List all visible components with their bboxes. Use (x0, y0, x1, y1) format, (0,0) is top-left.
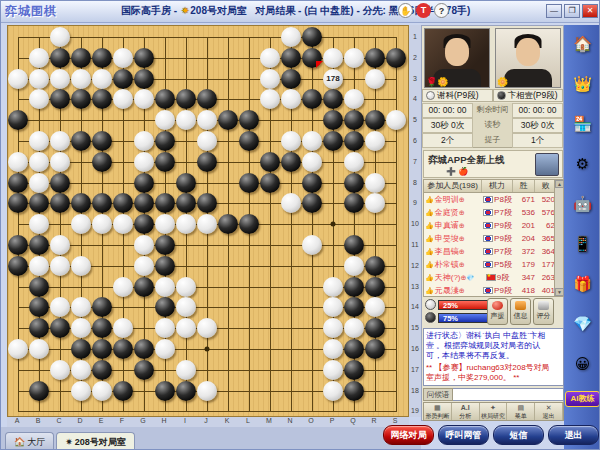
black-stone (8, 256, 28, 276)
chat-username[interactable]: 张巡—778(9段) (426, 385, 481, 386)
white-stone (29, 152, 49, 172)
thumbs-up-icon: 👍 (425, 261, 434, 268)
black-stone (134, 277, 154, 297)
column-label: A (15, 417, 20, 424)
black-byoyomi: 30秒 0次 (512, 118, 563, 133)
black-stone (50, 89, 70, 109)
participant-row[interactable]: 👍天神(?)⊕💎9段347263 (424, 271, 563, 284)
black-stone (92, 89, 112, 109)
app-promo-banner[interactable]: 弈城APP全新上线 ➕ 🍎 (423, 150, 563, 178)
last-move-marker-icon (316, 61, 323, 68)
side-icon-6[interactable]: 🎁 (570, 271, 596, 297)
black-stone (134, 48, 154, 68)
member-badge-icon: ⊕ (459, 209, 465, 216)
side-icon-1[interactable]: 👑 (570, 71, 596, 97)
white-stone (8, 69, 28, 89)
white-stone (260, 69, 280, 89)
participant-row[interactable]: 👍朴常镇⊕P5段179177 (424, 258, 563, 271)
clock-panel: 00: 00: 00 剩余时间 00: 00: 00 30秒 0次 读秒 30秒… (422, 103, 563, 148)
row-label: 10 (409, 220, 421, 227)
tab-208号对局室[interactable]: ✷208号对局室 (56, 432, 135, 450)
row-label: 4 (409, 95, 421, 102)
white-stone (50, 69, 70, 89)
white-stone (323, 381, 343, 401)
toolbar-菜单[interactable]: ▤菜单 (507, 403, 535, 420)
participants-scrollbar[interactable]: ▲ ▼ (554, 180, 563, 296)
black-stone (134, 214, 154, 234)
black-stone (29, 277, 49, 297)
column-header[interactable]: 胜 (513, 180, 535, 192)
black-stone (155, 152, 175, 172)
white-stone (155, 110, 175, 130)
white-stone (50, 27, 70, 47)
black-stone (176, 173, 196, 193)
game-info-panel: 🌹🌼 🌼 谢科(P9段) 卞相壹(P9段) 00: 00: 00 剩余时间 00… (421, 25, 564, 421)
flag-icon-kr (483, 261, 493, 268)
black-stone (50, 318, 70, 338)
member-badge-icon: ⊕ (459, 261, 465, 268)
black-stone (344, 235, 364, 255)
声援-button[interactable]: 声援 (487, 298, 508, 325)
white-stone (29, 89, 49, 109)
white-stone (29, 69, 49, 89)
black-stone (176, 193, 196, 213)
chat-line: 进行状态〉谢科`执白 中盘胜`卞相壹 。根据弈城规则及对局者的认可，本结果将不再… (426, 331, 552, 361)
row-label: 1 (409, 33, 421, 40)
white-stone (29, 131, 49, 151)
black-stone (176, 89, 196, 109)
black-stone (50, 193, 70, 213)
white-stone (50, 256, 70, 276)
black-stone (134, 69, 154, 89)
support-panel: 25% 75% 声援信息评分 (423, 298, 564, 327)
white-stone (134, 152, 154, 172)
black-stone (281, 152, 301, 172)
white-stone (323, 48, 343, 68)
white-stone (134, 131, 154, 151)
white-stone (50, 360, 70, 380)
网络对局-button[interactable]: 网络对局 (383, 425, 434, 445)
member-badge-icon: ⊕ (459, 222, 465, 229)
tool-bar: ▦形势判断A.I分析✦棋局研究▤菜单✕退出 (423, 402, 564, 421)
black-stone (71, 193, 91, 213)
white-stone (365, 193, 385, 213)
black-stone (386, 48, 406, 68)
white-stone (71, 318, 91, 338)
thumbs-up-icon: 👍 (425, 274, 434, 281)
white-stone (8, 339, 28, 359)
side-icon-strip: AI教练 🏠👑🏪⚙🤖📱🎁💎😀 (564, 25, 600, 450)
black-stone (218, 110, 238, 130)
close-button[interactable]: ✕ (582, 4, 598, 18)
white-stone (344, 318, 364, 338)
white-stone (344, 89, 364, 109)
toolbar-icon: ✕ (535, 403, 562, 412)
room-category: 国际高手房 - (121, 5, 180, 16)
go-grid: 178 (18, 37, 397, 412)
participant-row[interactable]: 👍李昌镐⊕P7段372364 (424, 245, 563, 258)
white-flower-gifts: 🌹🌼 (426, 77, 448, 87)
tab-bar: 🏠大厅✷208号对局室 (1, 427, 421, 450)
black-stone (155, 256, 175, 276)
white-stone (260, 89, 280, 109)
flag-icon-cn (486, 274, 496, 281)
thumbs-up-icon: 👍 (425, 287, 434, 294)
go-board[interactable]: 178 (7, 25, 409, 417)
black-stone (92, 318, 112, 338)
toolbar-棋局研究[interactable]: ✦棋局研究 (480, 403, 508, 420)
white-stone (176, 277, 196, 297)
white-stone (176, 297, 196, 317)
member-badge-icon: ⊕ (459, 287, 465, 294)
black-stone (71, 48, 91, 68)
black-stone (302, 193, 322, 213)
white-stone (71, 381, 91, 401)
t-badge-icon[interactable]: T (416, 3, 431, 18)
black-stone (344, 173, 364, 193)
white-stone (302, 235, 322, 255)
row-label: 14 (409, 303, 421, 310)
row-label: 3 (409, 74, 421, 81)
captures-label: 提子 (473, 133, 512, 148)
tab-大厅[interactable]: 🏠大厅 (5, 432, 54, 450)
toolbar-icon: A.I (452, 403, 479, 412)
black-stone (71, 339, 91, 359)
black-stone (134, 173, 154, 193)
white-stone (281, 193, 301, 213)
row-label: 15 (409, 324, 421, 331)
column-label: D (77, 417, 82, 424)
byoyomi-label: 读秒 (473, 118, 512, 133)
white-stone: 178 (323, 69, 343, 89)
black-stone (323, 89, 343, 109)
white-stone (50, 152, 70, 172)
phone-image (535, 153, 559, 176)
toolbar-分析[interactable]: A.I分析 (452, 403, 480, 420)
white-stone (365, 131, 385, 151)
white-stone (50, 297, 70, 317)
white-byoyomi: 30秒 0次 (422, 118, 473, 133)
column-label: B (36, 417, 41, 424)
black-stone (260, 173, 280, 193)
white-stone (113, 277, 133, 297)
black-stone (92, 339, 112, 359)
toolbar-icon: ▦ (424, 403, 451, 412)
black-stone (8, 110, 28, 130)
black-stone (155, 193, 175, 213)
white-stone-icon (426, 91, 435, 100)
star-point (205, 347, 210, 352)
room-icon: ✷ (181, 5, 189, 16)
greeting-label[interactable]: 问候语 (423, 388, 453, 401)
black-stone (155, 381, 175, 401)
app-logo: 弈城围棋 (5, 3, 57, 20)
column-label: N (287, 417, 292, 424)
orange-box-icon (515, 301, 526, 310)
white-stone (50, 235, 70, 255)
black-stone (155, 235, 175, 255)
black-stone (197, 89, 217, 109)
black-stone (113, 69, 133, 89)
titlebar: 弈城围棋 国际高手房 - ✷208号对局室 对局结果 - (白 中盘胜) - 分… (1, 1, 600, 23)
black-stone (71, 131, 91, 151)
column-label: P (330, 417, 335, 424)
black-stone (50, 173, 70, 193)
thumbs-up-icon: 👍 (425, 248, 434, 255)
black-stone (239, 110, 259, 130)
white-stone (365, 297, 385, 317)
退出-button[interactable]: 退出 (548, 425, 599, 445)
row-label: 6 (409, 137, 421, 144)
white-stone (197, 110, 217, 130)
black-stone (218, 214, 238, 234)
side-icon-8[interactable]: 😀 (570, 351, 596, 377)
column-label: L (246, 417, 250, 424)
chat-input-row: 问候语 (423, 388, 564, 401)
star-point (331, 222, 336, 227)
column-label: K (225, 417, 230, 424)
white-time: 00: 00: 00 (422, 103, 473, 118)
black-stone (92, 297, 112, 317)
minimize-button[interactable]: — (546, 4, 562, 18)
ai-coach-badge[interactable]: AI教练 (565, 391, 600, 407)
white-stone (197, 214, 217, 234)
app-window: 弈城围棋 国际高手房 - ✷208号对局室 对局结果 - (白 中盘胜) - 分… (0, 0, 600, 450)
white-stone (323, 339, 343, 359)
black-stone (239, 131, 259, 151)
thumbs-up-icon: 👍 (425, 196, 434, 203)
white-stone (155, 318, 175, 338)
black-stone (344, 381, 364, 401)
black-stone (365, 256, 385, 276)
black-stone (365, 339, 385, 359)
black-stone (29, 193, 49, 213)
player-names: 谢科(P9段) 卞相壹(P9段) (422, 89, 563, 102)
flag-icon-kr (483, 248, 493, 255)
white-stone (29, 256, 49, 276)
white-stone (176, 110, 196, 130)
black-stone (365, 110, 385, 130)
black-stone (71, 89, 91, 109)
participant-row[interactable]: 👍元晟溱⊕P9段418401 (424, 284, 563, 297)
white-stone (71, 360, 91, 380)
row-label: 8 (409, 178, 421, 185)
black-stone (344, 339, 364, 359)
white-stone (71, 256, 91, 276)
black-stone (344, 277, 364, 297)
black-stone (344, 131, 364, 151)
scroll-down-icon[interactable]: ▼ (555, 288, 564, 296)
white-stone (29, 214, 49, 234)
white-stone (344, 48, 364, 68)
toolbar-退出[interactable]: ✕退出 (535, 403, 563, 420)
side-icon-0[interactable]: 🏠 (570, 31, 596, 57)
呼叫网管-button[interactable]: 呼叫网管 (438, 425, 489, 445)
white-stone (323, 318, 343, 338)
white-stone (155, 339, 175, 359)
black-time: 00: 00: 00 (512, 103, 563, 118)
scroll-up-icon[interactable]: ▲ (555, 180, 564, 188)
flag-icon-kr (483, 235, 493, 242)
white-stone (29, 48, 49, 68)
white-stone (155, 214, 175, 234)
thumbs-up-icon: 👍 (425, 235, 434, 242)
flag-icon-kr (483, 209, 493, 216)
row-label: 17 (409, 365, 421, 372)
side-icon-7[interactable]: 💎 (570, 311, 596, 337)
black-stone (113, 193, 133, 213)
toolbar-icon: ▤ (507, 403, 534, 412)
white-player-name: 谢科(P9段) (422, 89, 493, 102)
side-icon-5[interactable]: 📱 (570, 231, 596, 257)
column-label: I (184, 417, 186, 424)
black-stone (134, 339, 154, 359)
member-badge-icon: ⊕ (459, 235, 465, 242)
black-stone (323, 131, 343, 151)
hand-cursor-icon[interactable]: ✋ (398, 3, 413, 18)
white-captures: 2个 (422, 133, 473, 148)
信息-button[interactable]: 信息 (510, 298, 531, 325)
white-stone (113, 48, 133, 68)
black-stone (302, 173, 322, 193)
black-stone (8, 193, 28, 213)
white-stone (134, 235, 154, 255)
black-stone (134, 360, 154, 380)
white-stone (344, 256, 364, 276)
column-label: H (161, 417, 166, 424)
white-stone (386, 110, 406, 130)
side-icon-3[interactable]: ⚙ (570, 151, 596, 177)
white-stone (29, 339, 49, 359)
column-label: M (266, 417, 272, 424)
chat-input[interactable] (453, 388, 564, 401)
bottom-button-row: 网络对局呼叫网管短信退出 (383, 423, 599, 447)
black-stone (92, 131, 112, 151)
black-stone (155, 297, 175, 317)
white-stone (29, 173, 49, 193)
flag-icon-kr (483, 287, 493, 294)
white-stone (155, 277, 175, 297)
white-stone (302, 131, 322, 151)
white-stone (344, 152, 364, 172)
column-label: C (56, 417, 61, 424)
participant-row[interactable]: 👍金明训⊕P8段671520 (424, 193, 563, 206)
toolbar-形势判断[interactable]: ▦形势判断 (424, 403, 452, 420)
side-icon-4[interactable]: 🤖 (570, 191, 596, 217)
black-stone (8, 173, 28, 193)
black-stone (92, 48, 112, 68)
participants-header: 参加人员(198)棋力胜败 (424, 180, 563, 193)
flag-icon-kr (483, 222, 493, 229)
white-stone (134, 89, 154, 109)
black-stone (92, 152, 112, 172)
black-stone (365, 277, 385, 297)
chat-line: 张巡—778(9段)> 各位我预言了一切 (426, 385, 552, 386)
row-label: 13 (409, 282, 421, 289)
black-player-name: 卞相壹(P9段) (493, 89, 564, 102)
white-stone (92, 381, 112, 401)
row-label: 5 (409, 116, 421, 123)
white-stone (176, 214, 196, 234)
black-stone (281, 48, 301, 68)
white-stone (113, 89, 133, 109)
white-stone (92, 214, 112, 234)
row-label: 2 (409, 53, 421, 60)
white-stone (113, 318, 133, 338)
row-coordinates: 12345678910111213141516171819 (409, 25, 421, 417)
black-stone (323, 110, 343, 130)
white-stone (8, 152, 28, 172)
black-stone (365, 48, 385, 68)
participant-row[interactable]: 👍申旻埈⊕P9段204365 (424, 232, 563, 245)
black-stone (260, 152, 280, 172)
black-stone (365, 318, 385, 338)
column-header[interactable]: 参加人员(198) (424, 180, 482, 192)
white-player-photo: 🌹🌼 (424, 28, 490, 88)
black-stone (113, 381, 133, 401)
black-stone (29, 297, 49, 317)
black-stone (113, 339, 133, 359)
column-label: G (140, 417, 145, 424)
black-stone (29, 381, 49, 401)
white-stone (365, 69, 385, 89)
participant-row[interactable]: 👍金庭贤⊕P7段536576 (424, 206, 563, 219)
white-stone (197, 131, 217, 151)
black-stone (344, 193, 364, 213)
black-stone (92, 360, 112, 380)
last-move-number: 178 (326, 74, 339, 83)
white-stone (197, 318, 217, 338)
column-label: E (99, 417, 104, 424)
black-stone (239, 214, 259, 234)
participant-row[interactable]: 👍申真谞⊕P9段20162 (424, 219, 563, 232)
thumbs-up-icon: 👍 (425, 222, 434, 229)
chat-area[interactable]: 进行状态〉谢科`执白 中盘胜`卞相壹 。根据弈城规则及对局者的认可，本结果将不再… (423, 328, 564, 386)
toolbar-icon: ✦ (480, 403, 507, 412)
help-icon[interactable]: ? (434, 3, 449, 18)
短信-button[interactable]: 短信 (493, 425, 544, 445)
white-stone (281, 131, 301, 151)
black-stone (50, 48, 70, 68)
column-label: J (204, 417, 208, 424)
评分-button[interactable]: 评分 (533, 298, 554, 325)
member-badge-icon: ⊕ (459, 196, 465, 203)
black-stone (134, 193, 154, 213)
column-header[interactable]: 棋力 (482, 180, 513, 192)
black-stone (239, 173, 259, 193)
chat-line: ** 【参赛】ruchang63对208号对局室声援，中奖279,000。 ** (426, 363, 552, 383)
red-ball-icon (492, 301, 503, 310)
row-label: 16 (409, 345, 421, 352)
white-stone (281, 89, 301, 109)
room-name: 208号对局室 (190, 5, 247, 16)
column-label: O (308, 417, 313, 424)
thumbs-up-icon: 👍 (425, 209, 434, 216)
member-badge-icon: ⊕ (459, 248, 465, 255)
black-stone-icon (497, 91, 506, 100)
side-icon-2[interactable]: 🏪 (570, 111, 596, 137)
white-stone (323, 360, 343, 380)
store-icons: ➕ 🍎 (446, 167, 468, 176)
white-ball-icon (425, 299, 436, 310)
black-stone (29, 235, 49, 255)
white-stone (281, 27, 301, 47)
white-stone (365, 173, 385, 193)
maximize-button[interactable]: ❐ (564, 4, 580, 18)
white-stone (71, 214, 91, 234)
column-coordinates: ABCDEFGHIJKLMNOPQRS (7, 417, 409, 427)
white-stone (260, 48, 280, 68)
